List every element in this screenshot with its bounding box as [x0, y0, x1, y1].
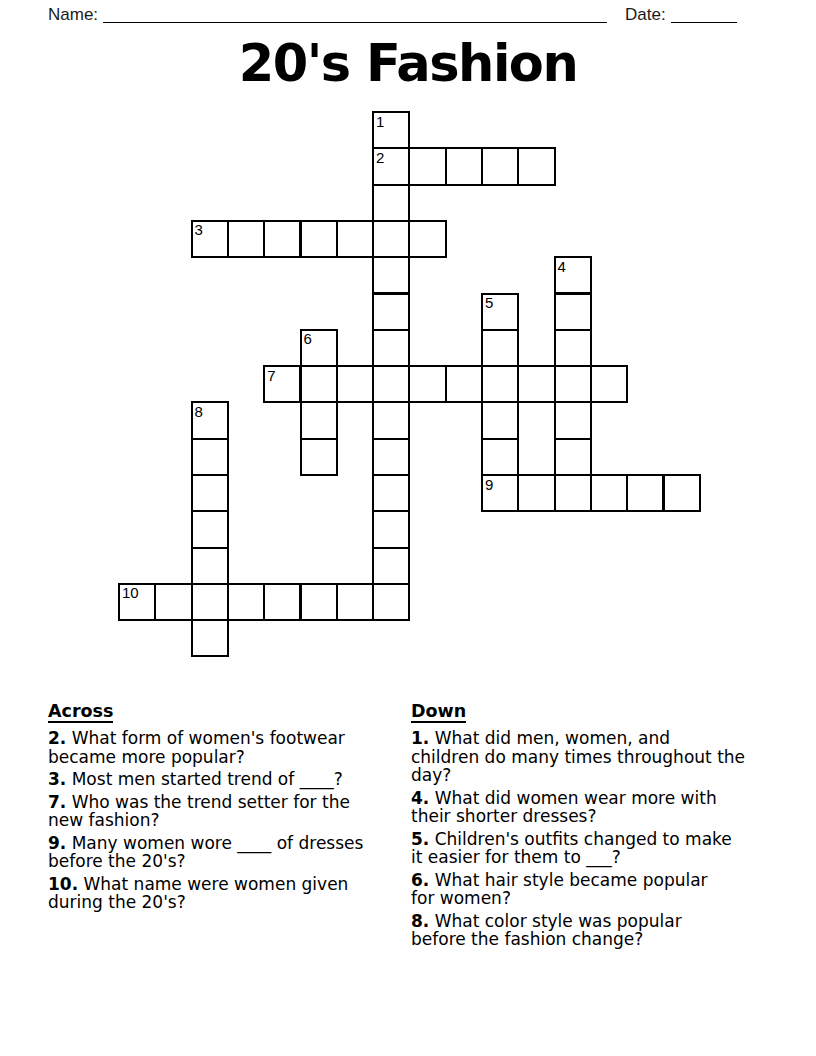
crossword-cell[interactable]	[263, 583, 301, 621]
clue-text: their shorter dresses?	[411, 807, 801, 826]
clue-text: Who was the trend setter for the	[72, 792, 350, 812]
clue-text: new fashion?	[48, 811, 404, 830]
clue-text: What form of women's footwear	[72, 728, 345, 748]
crossword-grid: 12345678910	[118, 111, 699, 656]
crossword-cell[interactable]: 3	[191, 220, 229, 258]
clue-number: 2	[376, 150, 384, 165]
crossword-cell[interactable]	[481, 401, 519, 439]
crossword-cell[interactable]	[590, 474, 628, 512]
clue-text: What color style was popular	[435, 911, 682, 931]
crossword-cell[interactable]	[554, 438, 592, 476]
clue-number: 1	[376, 114, 384, 129]
clue-across-9: 9. Many women wore ____ of dresses befor…	[48, 834, 404, 871]
clue-number: 7	[267, 368, 275, 383]
crossword-cell[interactable]	[372, 256, 410, 294]
crossword-cell[interactable]	[517, 365, 555, 403]
crossword-cell[interactable]	[408, 220, 446, 258]
crossword-cell[interactable]	[191, 438, 229, 476]
crossword-cell[interactable]: 4	[554, 256, 592, 294]
clue-number-label: 1.	[411, 728, 429, 748]
crossword-cell[interactable]	[191, 583, 229, 621]
clue-number: 3	[195, 222, 203, 237]
crossword-cell[interactable]	[336, 220, 374, 258]
clue-number-label: 2.	[48, 728, 66, 748]
crossword-cell[interactable]	[445, 147, 483, 185]
crossword-cell[interactable]	[336, 365, 374, 403]
clue-number-label: 3.	[48, 769, 66, 789]
crossword-cell[interactable]	[372, 329, 410, 367]
clue-down-8: 8. What color style was popular before t…	[411, 912, 801, 949]
clue-number: 6	[304, 331, 312, 346]
clue-text: for women?	[411, 889, 801, 908]
crossword-cell[interactable]	[626, 474, 664, 512]
crossword-cell[interactable]	[445, 365, 483, 403]
clue-text: during the 20's?	[48, 893, 404, 912]
crossword-cell[interactable]	[372, 583, 410, 621]
crossword-cell[interactable]: 2	[372, 147, 410, 185]
crossword-cell[interactable]	[372, 220, 410, 258]
name-input-line[interactable]	[103, 6, 607, 23]
crossword-cell[interactable]	[554, 365, 592, 403]
clue-text: What did men, women, and	[435, 728, 670, 748]
crossword-cell[interactable]: 10	[118, 583, 156, 621]
crossword-cell[interactable]	[191, 510, 229, 548]
clue-across-7: 7. Who was the trend setter for the new …	[48, 793, 404, 830]
puzzle-title: 20's Fashion	[0, 34, 816, 94]
crossword-cell[interactable]	[372, 438, 410, 476]
crossword-cell[interactable]	[300, 220, 338, 258]
crossword-cell[interactable]	[663, 474, 701, 512]
crossword-cell[interactable]: 9	[481, 474, 519, 512]
crossword-cell[interactable]	[300, 365, 338, 403]
date-label: Date:	[625, 5, 666, 25]
crossword-cell[interactable]: 1	[372, 111, 410, 149]
crossword-cell[interactable]	[227, 220, 265, 258]
crossword-cell[interactable]	[263, 220, 301, 258]
clue-text: children do many times throughout the	[411, 748, 801, 767]
crossword-cell[interactable]	[554, 293, 592, 331]
clue-text: before the 20's?	[48, 852, 404, 871]
across-clues-section: Across 2. What form of women's footwear …	[48, 702, 404, 916]
crossword-cell[interactable]	[481, 329, 519, 367]
clue-down-6: 6. What hair style became popular for wo…	[411, 871, 801, 908]
crossword-cell[interactable]	[481, 438, 519, 476]
crossword-cell[interactable]	[372, 365, 410, 403]
name-label: Name:	[48, 5, 98, 25]
clue-text: What hair style became popular	[435, 870, 708, 890]
clue-text: What did women wear more with	[435, 788, 717, 808]
clue-down-1: 1. What did men, women, and children do …	[411, 729, 801, 785]
crossword-cell[interactable]	[517, 147, 555, 185]
crossword-cell[interactable]	[154, 583, 192, 621]
crossword-cell[interactable]	[554, 329, 592, 367]
clue-down-4: 4. What did women wear more with their s…	[411, 789, 801, 826]
crossword-cell[interactable]	[372, 401, 410, 439]
crossword-cell[interactable]: 5	[481, 293, 519, 331]
crossword-cell[interactable]: 8	[191, 401, 229, 439]
down-clues-section: Down 1. What did men, women, and childre…	[411, 702, 801, 953]
clue-number-label: 7.	[48, 792, 66, 812]
clue-text: day?	[411, 766, 801, 785]
clue-text: Children's outfits changed to make	[435, 829, 732, 849]
crossword-cell[interactable]	[372, 510, 410, 548]
worksheet-page: Name: Date: 20's Fashion 12345678910 Acr…	[0, 0, 816, 1056]
crossword-cell[interactable]	[191, 547, 229, 585]
crossword-cell[interactable]	[481, 147, 519, 185]
clue-number-label: 5.	[411, 829, 429, 849]
crossword-cell[interactable]	[372, 293, 410, 331]
date-input-line[interactable]	[671, 6, 737, 23]
clue-number-label: 9.	[48, 833, 66, 853]
clue-across-3: 3. Most men started trend of ____?	[48, 770, 404, 789]
crossword-cell[interactable]	[517, 474, 555, 512]
clue-number-label: 4.	[411, 788, 429, 808]
clue-number: 10	[122, 585, 139, 600]
clue-number-label: 8.	[411, 911, 429, 931]
down-heading: Down	[411, 702, 466, 723]
clue-number: 5	[485, 295, 493, 310]
crossword-cell[interactable]	[408, 365, 446, 403]
clue-text: What name were women given	[84, 874, 349, 894]
clue-across-2: 2. What form of women's footwear became …	[48, 729, 404, 766]
clue-number-label: 6.	[411, 870, 429, 890]
clue-number: 8	[195, 404, 203, 419]
clue-number: 9	[485, 477, 493, 492]
clue-number-label: 10.	[48, 874, 78, 894]
crossword-cell[interactable]	[554, 474, 592, 512]
clue-text: Most men started trend of ____?	[72, 769, 343, 789]
crossword-cell[interactable]	[554, 401, 592, 439]
crossword-cell[interactable]	[372, 184, 410, 222]
clue-text: became more popular?	[48, 748, 404, 767]
crossword-cell[interactable]	[191, 619, 229, 657]
crossword-cell[interactable]	[191, 474, 229, 512]
crossword-cell[interactable]	[300, 438, 338, 476]
crossword-cell[interactable]	[408, 147, 446, 185]
clue-text: it easier for them to ___?	[411, 848, 801, 867]
across-heading: Across	[48, 702, 113, 723]
clue-across-10: 10. What name were women given during th…	[48, 875, 404, 912]
crossword-cell[interactable]	[481, 365, 519, 403]
crossword-cell[interactable]	[336, 583, 374, 621]
crossword-cell[interactable]	[300, 583, 338, 621]
crossword-cell[interactable]	[372, 474, 410, 512]
clue-text: before the fashion change?	[411, 930, 801, 949]
crossword-cell[interactable]: 6	[300, 329, 338, 367]
clue-down-5: 5. Children's outfits changed to make it…	[411, 830, 801, 867]
crossword-cell[interactable]	[227, 583, 265, 621]
clue-text: Many women wore ____ of dresses	[72, 833, 364, 853]
crossword-cell[interactable]	[300, 401, 338, 439]
clue-number: 4	[558, 259, 566, 274]
crossword-cell[interactable]: 7	[263, 365, 301, 403]
crossword-cell[interactable]	[372, 547, 410, 585]
crossword-cell[interactable]	[590, 365, 628, 403]
